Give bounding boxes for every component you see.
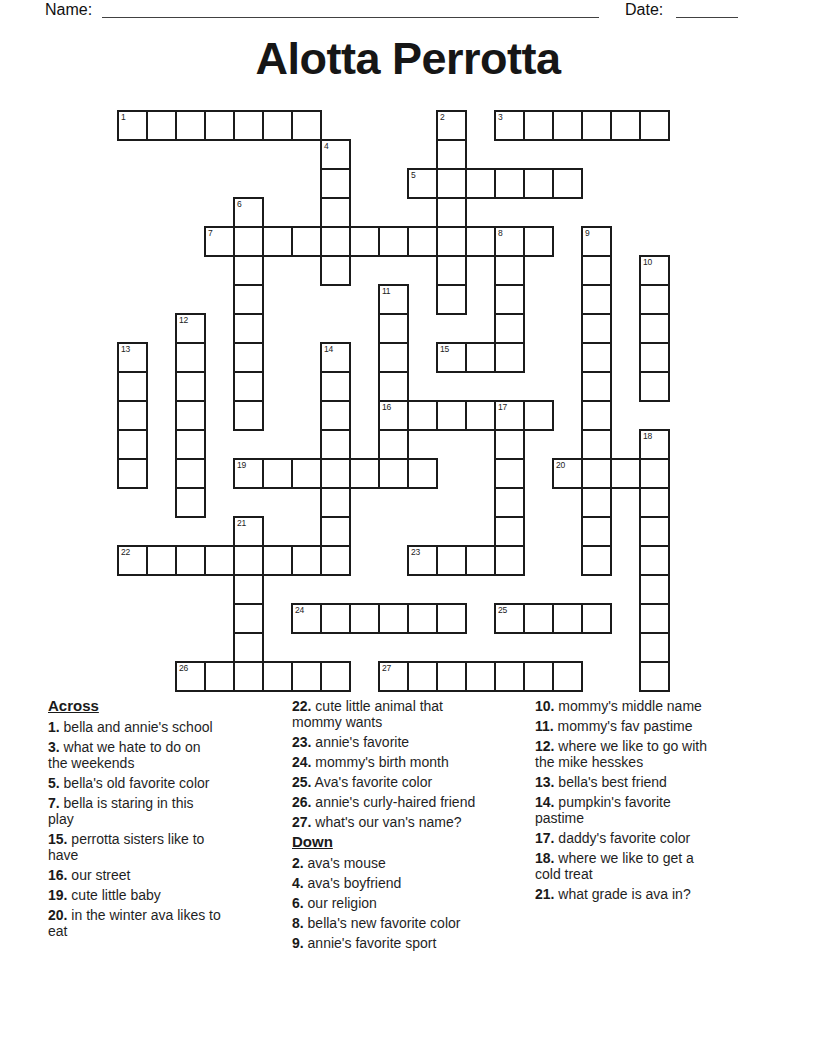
grid-cell-r8c18[interactable] bbox=[639, 342, 670, 373]
grid-cell-r2c15[interactable] bbox=[552, 168, 583, 199]
grid-cell-r12c0[interactable] bbox=[117, 458, 148, 489]
clue-23-number: 23. bbox=[292, 734, 311, 750]
grid-cell-r8c11[interactable]: 15 bbox=[436, 342, 467, 373]
grid-cell-r17c8[interactable] bbox=[349, 603, 380, 634]
grid-cell-r10c10[interactable] bbox=[407, 400, 438, 431]
grid-cell-r8c12[interactable] bbox=[465, 342, 496, 373]
grid-cell-r4c14[interactable] bbox=[523, 226, 554, 257]
clue-6-number: 6. bbox=[292, 895, 304, 911]
clue-17: 17. daddy's favorite color bbox=[535, 830, 783, 846]
grid-cell-r2c12[interactable] bbox=[465, 168, 496, 199]
grid-cell-r10c9[interactable]: 16 bbox=[378, 400, 409, 431]
grid-cell-r15c5[interactable] bbox=[262, 545, 293, 576]
grid-cell-r17c6[interactable]: 24 bbox=[291, 603, 322, 634]
grid-cell-r14c7[interactable] bbox=[320, 516, 351, 547]
grid-cell-r6c4[interactable] bbox=[233, 284, 264, 315]
clue-14: 14. pumpkin's favorite pastime bbox=[535, 794, 783, 826]
clue-27-number: 27. bbox=[292, 814, 311, 830]
clue-7-number: 7. bbox=[48, 795, 60, 811]
clue-number-15: 15 bbox=[440, 344, 449, 354]
clue-7-text: bella is staring in this play bbox=[48, 795, 194, 827]
clue-number-8: 8 bbox=[498, 228, 502, 238]
clue-9-number: 9. bbox=[292, 935, 304, 951]
clue-10-number: 10. bbox=[535, 698, 554, 714]
clue-number-6: 6 bbox=[237, 199, 241, 209]
grid-cell-r2c7[interactable] bbox=[320, 168, 351, 199]
clue-8: 8. bella's new favorite color bbox=[292, 915, 534, 931]
clue-10: 10. mommy's middle name bbox=[535, 698, 783, 714]
clue-4: 4. ava's boyfriend bbox=[292, 875, 534, 891]
clue-20-text: in the winter ava likes to eat bbox=[48, 907, 221, 939]
grid-cell-r17c10[interactable] bbox=[407, 603, 438, 634]
clue-23: 23. annie's favorite bbox=[292, 734, 534, 750]
grid-cell-r5c13[interactable] bbox=[494, 255, 525, 286]
grid-cell-r10c2[interactable] bbox=[175, 400, 206, 431]
clue-25-text: Ava's favorite color bbox=[311, 774, 432, 790]
clue-19-text: cute little baby bbox=[67, 887, 160, 903]
grid-cell-r11c16[interactable] bbox=[581, 429, 612, 460]
grid-cell-r19c15[interactable] bbox=[552, 661, 583, 692]
clue-11-text: mommy's fav pastime bbox=[554, 718, 693, 734]
grid-cell-r16c18[interactable] bbox=[639, 574, 670, 605]
grid-cell-r5c18[interactable]: 10 bbox=[639, 255, 670, 286]
grid-cell-r3c11[interactable] bbox=[436, 197, 467, 228]
clue-15-text: perrotta sisters like to have bbox=[48, 831, 204, 863]
grid-cell-r4c16[interactable]: 9 bbox=[581, 226, 612, 257]
clue-number-24: 24 bbox=[295, 605, 304, 615]
clue-8-text: bella's new favorite color bbox=[304, 915, 461, 931]
grid-cell-r0c6[interactable] bbox=[291, 110, 322, 141]
clue-21-text: what grade is ava in? bbox=[554, 886, 690, 902]
name-label: Name: bbox=[45, 1, 92, 19]
clue-number-3: 3 bbox=[498, 112, 502, 122]
clue-12-text: where we like to go with the mike hesske… bbox=[535, 738, 707, 770]
clue-22-number: 22. bbox=[292, 698, 311, 714]
grid-cell-r7c18[interactable] bbox=[639, 313, 670, 344]
clue-3-number: 3. bbox=[48, 739, 60, 755]
grid-cell-r17c16[interactable] bbox=[581, 603, 612, 634]
grid-cell-r0c1[interactable] bbox=[146, 110, 177, 141]
clue-11-number: 11. bbox=[535, 718, 554, 734]
grid-cell-r9c4[interactable] bbox=[233, 371, 264, 402]
clue-20-number: 20. bbox=[48, 907, 67, 923]
clue-5-number: 5. bbox=[48, 775, 60, 791]
grid-cell-r4c11[interactable] bbox=[436, 226, 467, 257]
grid-cell-r9c0[interactable] bbox=[117, 371, 148, 402]
clue-number-20: 20 bbox=[556, 460, 565, 470]
clue-number-1: 1 bbox=[121, 112, 125, 122]
clue-26-number: 26. bbox=[292, 794, 311, 810]
clue-26-text: annie's curly-haired friend bbox=[311, 794, 475, 810]
grid-cell-r19c5[interactable] bbox=[262, 661, 293, 692]
clue-number-11: 11 bbox=[382, 286, 390, 296]
grid-cell-r0c16[interactable] bbox=[581, 110, 612, 141]
grid-cell-r4c12[interactable] bbox=[465, 226, 496, 257]
grid-cell-r12c6[interactable] bbox=[291, 458, 322, 489]
grid-cell-r19c14[interactable] bbox=[523, 661, 554, 692]
clue-27: 27. what's our van's name? bbox=[292, 814, 534, 830]
clue-13-number: 13. bbox=[535, 774, 554, 790]
grid-cell-r11c0[interactable] bbox=[117, 429, 148, 460]
grid-cell-r12c10[interactable] bbox=[407, 458, 438, 489]
clue-column-1: Across1. bella and annie's school3. what… bbox=[48, 698, 284, 943]
grid-cell-r15c13[interactable] bbox=[494, 545, 525, 576]
clue-9: 9. annie's favorite sport bbox=[292, 935, 534, 951]
grid-cell-r11c18[interactable]: 18 bbox=[639, 429, 670, 460]
clue-14-number: 14. bbox=[535, 794, 554, 810]
grid-cell-r19c6[interactable] bbox=[291, 661, 322, 692]
grid-cell-r3c4[interactable]: 6 bbox=[233, 197, 264, 228]
clue-20: 20. in the winter ava likes to eat bbox=[48, 907, 284, 939]
clue-number-14: 14 bbox=[324, 344, 333, 354]
clue-5-text: bella's old favorite color bbox=[60, 775, 210, 791]
grid-cell-r17c14[interactable] bbox=[523, 603, 554, 634]
grid-cell-r12c17[interactable] bbox=[610, 458, 641, 489]
grid-cell-r11c7[interactable] bbox=[320, 429, 351, 460]
grid-cell-r14c4[interactable]: 21 bbox=[233, 516, 264, 547]
crossword-grid: 1234567891011121314151617181920212223242… bbox=[117, 110, 670, 692]
grid-cell-r8c2[interactable] bbox=[175, 342, 206, 373]
grid-cell-r15c3[interactable] bbox=[204, 545, 235, 576]
grid-cell-r10c14[interactable] bbox=[523, 400, 554, 431]
grid-cell-r18c4[interactable] bbox=[233, 632, 264, 663]
grid-cell-r17c15[interactable] bbox=[552, 603, 583, 634]
grid-cell-r15c10[interactable]: 23 bbox=[407, 545, 438, 576]
clue-19-number: 19. bbox=[48, 887, 67, 903]
grid-cell-r10c16[interactable] bbox=[581, 400, 612, 431]
grid-cell-r3c7[interactable] bbox=[320, 197, 351, 228]
clue-13-text: bella's best friend bbox=[554, 774, 666, 790]
clue-number-5: 5 bbox=[411, 170, 415, 180]
clue-3: 3. what we hate to do on the weekends bbox=[48, 739, 284, 771]
grid-cell-r12c16[interactable] bbox=[581, 458, 612, 489]
clue-24: 24. mommy's birth month bbox=[292, 754, 534, 770]
clue-4-text: ava's boyfriend bbox=[304, 875, 402, 891]
clue-6-text: our religion bbox=[304, 895, 377, 911]
clue-number-23: 23 bbox=[411, 547, 420, 557]
clue-16: 16. our street bbox=[48, 867, 284, 883]
grid-cell-r14c16[interactable] bbox=[581, 516, 612, 547]
grid-cell-r12c15[interactable]: 20 bbox=[552, 458, 583, 489]
clue-1: 1. bella and annie's school bbox=[48, 719, 284, 735]
grid-cell-r10c11[interactable] bbox=[436, 400, 467, 431]
grid-cell-r10c13[interactable]: 17 bbox=[494, 400, 525, 431]
grid-cell-r2c11[interactable] bbox=[436, 168, 467, 199]
grid-cell-r12c8[interactable] bbox=[349, 458, 380, 489]
grid-cell-r8c4[interactable] bbox=[233, 342, 264, 373]
clue-18-text: where we like to get a cold treat bbox=[535, 850, 694, 882]
clue-number-7: 7 bbox=[208, 228, 212, 238]
grid-cell-r15c2[interactable] bbox=[175, 545, 206, 576]
clue-4-number: 4. bbox=[292, 875, 304, 891]
grid-cell-r4c9[interactable] bbox=[378, 226, 409, 257]
clue-2-text: ava's mouse bbox=[304, 855, 386, 871]
grid-cell-r15c4[interactable] bbox=[233, 545, 264, 576]
grid-cell-r10c0[interactable] bbox=[117, 400, 148, 431]
grid-cell-r15c1[interactable] bbox=[146, 545, 177, 576]
grid-cell-r15c6[interactable] bbox=[291, 545, 322, 576]
down-header: Down bbox=[292, 834, 534, 850]
clue-number-10: 10 bbox=[643, 257, 652, 267]
grid-cell-r11c9[interactable] bbox=[378, 429, 409, 460]
grid-cell-r4c4[interactable] bbox=[233, 226, 264, 257]
grid-cell-r15c11[interactable] bbox=[436, 545, 467, 576]
grid-cell-r15c18[interactable] bbox=[639, 545, 670, 576]
grid-cell-r0c3[interactable] bbox=[204, 110, 235, 141]
grid-cell-r14c13[interactable] bbox=[494, 516, 525, 547]
clue-6: 6. our religion bbox=[292, 895, 534, 911]
clue-24-text: mommy's birth month bbox=[311, 754, 448, 770]
grid-cell-r10c4[interactable] bbox=[233, 400, 264, 431]
grid-cell-r6c11[interactable] bbox=[436, 284, 467, 315]
grid-cell-r19c10[interactable] bbox=[407, 661, 438, 692]
grid-cell-r8c9[interactable] bbox=[378, 342, 409, 373]
grid-cell-r8c7[interactable]: 14 bbox=[320, 342, 351, 373]
clue-number-4: 4 bbox=[324, 141, 328, 151]
grid-cell-r0c4[interactable] bbox=[233, 110, 264, 141]
grid-cell-r9c18[interactable] bbox=[639, 371, 670, 402]
grid-cell-r12c5[interactable] bbox=[262, 458, 293, 489]
grid-cell-r19c9[interactable]: 27 bbox=[378, 661, 409, 692]
across-header: Across bbox=[48, 698, 284, 714]
grid-cell-r1c7[interactable]: 4 bbox=[320, 139, 351, 170]
grid-cell-r4c6[interactable] bbox=[291, 226, 322, 257]
grid-cell-r13c16[interactable] bbox=[581, 487, 612, 518]
clue-21: 21. what grade is ava in? bbox=[535, 886, 783, 902]
grid-cell-r17c18[interactable] bbox=[639, 603, 670, 634]
grid-cell-r16c4[interactable] bbox=[233, 574, 264, 605]
clue-number-18: 18 bbox=[643, 431, 652, 441]
grid-cell-r5c7[interactable] bbox=[320, 255, 351, 286]
clue-column-3: 10. mommy's middle name11. mommy's fav p… bbox=[535, 698, 783, 906]
grid-cell-r11c13[interactable] bbox=[494, 429, 525, 460]
date-label: Date: bbox=[625, 1, 663, 19]
clue-15-number: 15. bbox=[48, 831, 67, 847]
clue-25: 25. Ava's favorite color bbox=[292, 774, 534, 790]
grid-cell-r19c13[interactable] bbox=[494, 661, 525, 692]
clue-15: 15. perrotta sisters like to have bbox=[48, 831, 284, 863]
clue-16-text: our street bbox=[67, 867, 130, 883]
grid-cell-r8c13[interactable] bbox=[494, 342, 525, 373]
clue-11: 11. mommy's fav pastime bbox=[535, 718, 783, 734]
grid-cell-r7c13[interactable] bbox=[494, 313, 525, 344]
grid-cell-r7c2[interactable]: 12 bbox=[175, 313, 206, 344]
grid-cell-r4c7[interactable] bbox=[320, 226, 351, 257]
grid-cell-r19c11[interactable] bbox=[436, 661, 467, 692]
grid-cell-r17c11[interactable] bbox=[436, 603, 467, 634]
worksheet-page: Name: Date: Alotta Perrotta 123456789101… bbox=[0, 0, 816, 1056]
grid-cell-r0c5[interactable] bbox=[262, 110, 293, 141]
clue-19: 19. cute little baby bbox=[48, 887, 284, 903]
clue-number-2: 2 bbox=[440, 112, 444, 122]
clue-13: 13. bella's best friend bbox=[535, 774, 783, 790]
clue-12: 12. where we like to go with the mike he… bbox=[535, 738, 783, 770]
grid-cell-r13c18[interactable] bbox=[639, 487, 670, 518]
date-blank-line[interactable] bbox=[676, 17, 738, 18]
clue-27-text: what's our van's name? bbox=[311, 814, 461, 830]
grid-cell-r0c11[interactable]: 2 bbox=[436, 110, 467, 141]
clue-number-12: 12 bbox=[179, 315, 188, 325]
grid-cell-r7c4[interactable] bbox=[233, 313, 264, 344]
clue-25-number: 25. bbox=[292, 774, 311, 790]
clue-number-27: 27 bbox=[382, 663, 391, 673]
clue-1-text: bella and annie's school bbox=[60, 719, 213, 735]
grid-cell-r12c4[interactable]: 19 bbox=[233, 458, 264, 489]
grid-cell-r15c12[interactable] bbox=[465, 545, 496, 576]
clue-23-text: annie's favorite bbox=[311, 734, 409, 750]
grid-cell-r12c2[interactable] bbox=[175, 458, 206, 489]
clue-column-2: 22. cute little animal that mommy wants2… bbox=[292, 698, 534, 955]
clue-number-17: 17 bbox=[498, 402, 507, 412]
grid-cell-r5c16[interactable] bbox=[581, 255, 612, 286]
clue-2: 2. ava's mouse bbox=[292, 855, 534, 871]
grid-cell-r4c3[interactable]: 7 bbox=[204, 226, 235, 257]
clue-number-13: 13 bbox=[121, 344, 130, 354]
grid-cell-r19c7[interactable] bbox=[320, 661, 351, 692]
grid-cell-r19c18[interactable] bbox=[639, 661, 670, 692]
grid-cell-r10c7[interactable] bbox=[320, 400, 351, 431]
clue-number-16: 16 bbox=[382, 402, 391, 412]
grid-cell-r0c2[interactable] bbox=[175, 110, 206, 141]
grid-cell-r13c7[interactable] bbox=[320, 487, 351, 518]
grid-cell-r0c15[interactable] bbox=[552, 110, 583, 141]
grid-cell-r8c0[interactable]: 13 bbox=[117, 342, 148, 373]
grid-cell-r19c2[interactable]: 26 bbox=[175, 661, 206, 692]
grid-cell-r15c16[interactable] bbox=[581, 545, 612, 576]
grid-cell-r14c18[interactable] bbox=[639, 516, 670, 547]
clue-18-number: 18. bbox=[535, 850, 554, 866]
grid-cell-r7c16[interactable] bbox=[581, 313, 612, 344]
clue-24-number: 24. bbox=[292, 754, 311, 770]
clue-8-number: 8. bbox=[292, 915, 304, 931]
grid-cell-r8c16[interactable] bbox=[581, 342, 612, 373]
grid-cell-r9c16[interactable] bbox=[581, 371, 612, 402]
grid-cell-r2c14[interactable] bbox=[523, 168, 554, 199]
clue-number-9: 9 bbox=[585, 228, 589, 238]
grid-cell-r9c9[interactable] bbox=[378, 371, 409, 402]
grid-cell-r17c9[interactable] bbox=[378, 603, 409, 634]
name-blank-line[interactable] bbox=[102, 17, 599, 18]
grid-cell-r6c9[interactable]: 11 bbox=[378, 284, 409, 315]
grid-cell-r19c4[interactable] bbox=[233, 661, 264, 692]
clue-7: 7. bella is staring in this play bbox=[48, 795, 284, 827]
grid-cell-r4c5[interactable] bbox=[262, 226, 293, 257]
clue-16-number: 16. bbox=[48, 867, 67, 883]
grid-cell-r9c2[interactable] bbox=[175, 371, 206, 402]
grid-cell-r15c7[interactable] bbox=[320, 545, 351, 576]
grid-cell-r12c9[interactable] bbox=[378, 458, 409, 489]
grid-cell-r0c13[interactable]: 3 bbox=[494, 110, 525, 141]
clue-17-text: daddy's favorite color bbox=[554, 830, 690, 846]
clue-9-text: annie's favorite sport bbox=[304, 935, 437, 951]
clue-10-text: mommy's middle name bbox=[554, 698, 701, 714]
grid-cell-r1c11[interactable] bbox=[436, 139, 467, 170]
clue-12-number: 12. bbox=[535, 738, 554, 754]
clue-21-number: 21. bbox=[535, 886, 554, 902]
grid-cell-r15c0[interactable]: 22 bbox=[117, 545, 148, 576]
clue-number-21: 21 bbox=[237, 518, 246, 528]
grid-cell-r0c17[interactable] bbox=[610, 110, 641, 141]
clue-3-text: what we hate to do on the weekends bbox=[48, 739, 201, 771]
grid-cell-r12c18[interactable] bbox=[639, 458, 670, 489]
grid-cell-r4c8[interactable] bbox=[349, 226, 380, 257]
grid-cell-r0c0[interactable]: 1 bbox=[117, 110, 148, 141]
clue-17-number: 17. bbox=[535, 830, 554, 846]
grid-cell-r2c10[interactable]: 5 bbox=[407, 168, 438, 199]
grid-cell-r4c13[interactable]: 8 bbox=[494, 226, 525, 257]
grid-cell-r6c18[interactable] bbox=[639, 284, 670, 315]
clue-26: 26. annie's curly-haired friend bbox=[292, 794, 534, 810]
grid-cell-r6c16[interactable] bbox=[581, 284, 612, 315]
grid-cell-r13c2[interactable] bbox=[175, 487, 206, 518]
grid-cell-r0c18[interactable] bbox=[639, 110, 670, 141]
clue-number-25: 25 bbox=[498, 605, 507, 615]
grid-cell-r7c9[interactable] bbox=[378, 313, 409, 344]
grid-cell-r17c13[interactable]: 25 bbox=[494, 603, 525, 634]
grid-cell-r0c14[interactable] bbox=[523, 110, 554, 141]
grid-cell-r11c2[interactable] bbox=[175, 429, 206, 460]
grid-cell-r12c7[interactable] bbox=[320, 458, 351, 489]
clue-1-number: 1. bbox=[48, 719, 60, 735]
grid-cell-r19c3[interactable] bbox=[204, 661, 235, 692]
clue-5: 5. bella's old favorite color bbox=[48, 775, 284, 791]
grid-cell-r19c12[interactable] bbox=[465, 661, 496, 692]
grid-cell-r17c7[interactable] bbox=[320, 603, 351, 634]
grid-cell-r5c11[interactable] bbox=[436, 255, 467, 286]
clue-number-19: 19 bbox=[237, 460, 246, 470]
grid-cell-r4c10[interactable] bbox=[407, 226, 438, 257]
clue-22-text: cute little animal that mommy wants bbox=[292, 698, 443, 730]
grid-cell-r18c18[interactable] bbox=[639, 632, 670, 663]
grid-cell-r2c13[interactable] bbox=[494, 168, 525, 199]
grid-cell-r5c4[interactable] bbox=[233, 255, 264, 286]
grid-cell-r6c13[interactable] bbox=[494, 284, 525, 315]
puzzle-title: Alotta Perrotta bbox=[0, 33, 816, 85]
clue-18: 18. where we like to get a cold treat bbox=[535, 850, 783, 882]
clue-2-number: 2. bbox=[292, 855, 304, 871]
clue-14-text: pumpkin's favorite pastime bbox=[535, 794, 671, 826]
clue-22: 22. cute little animal that mommy wants bbox=[292, 698, 534, 730]
grid-cell-r9c7[interactable] bbox=[320, 371, 351, 402]
grid-cell-r13c13[interactable] bbox=[494, 487, 525, 518]
clue-number-22: 22 bbox=[121, 547, 130, 557]
grid-cell-r12c13[interactable] bbox=[494, 458, 525, 489]
clue-number-26: 26 bbox=[179, 663, 188, 673]
grid-cell-r17c4[interactable] bbox=[233, 603, 264, 634]
grid-cell-r10c12[interactable] bbox=[465, 400, 496, 431]
